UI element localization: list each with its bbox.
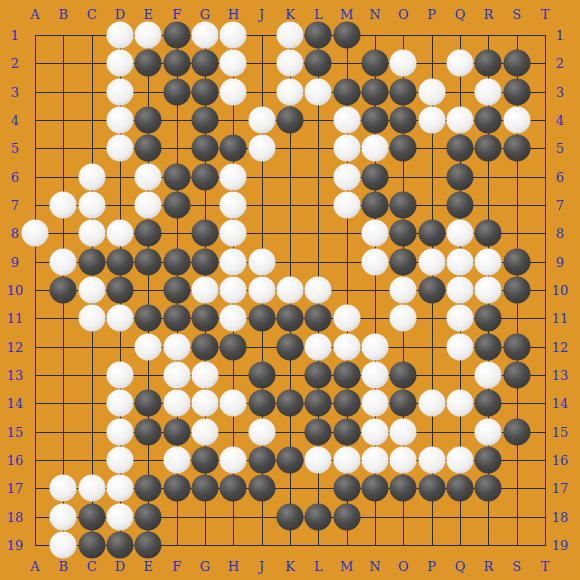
white-stone-K10: [277, 277, 304, 304]
black-stone-J13: [248, 362, 275, 389]
row-label-left: 8: [11, 227, 19, 240]
column-label-bottom: S: [512, 560, 521, 573]
white-stone-H2: [220, 50, 247, 77]
white-stone-H8: [220, 220, 247, 247]
row-label-right: 12: [552, 340, 569, 353]
white-stone-L10: [305, 277, 332, 304]
row-label-right: 8: [556, 227, 564, 240]
white-stone-R9: [475, 248, 502, 275]
black-stone-O9: [390, 248, 417, 275]
black-stone-Q17: [447, 475, 474, 502]
white-stone-P9: [418, 248, 445, 275]
column-label-bottom: E: [144, 560, 154, 573]
white-stone-M7: [333, 192, 360, 219]
white-stone-B7: [50, 192, 77, 219]
black-stone-J16: [248, 447, 275, 474]
black-stone-G8: [192, 220, 219, 247]
white-stone-J10: [248, 277, 275, 304]
white-stone-P14: [418, 390, 445, 417]
column-label-top: T: [541, 8, 550, 21]
black-stone-M13: [333, 362, 360, 389]
white-stone-C11: [78, 305, 105, 332]
black-stone-K18: [277, 503, 304, 530]
column-label-bottom: B: [59, 560, 69, 573]
white-stone-F13: [163, 362, 190, 389]
row-label-left: 17: [7, 482, 24, 495]
white-stone-H3: [220, 78, 247, 105]
black-stone-L13: [305, 362, 332, 389]
black-stone-L11: [305, 305, 332, 332]
black-stone-F2: [163, 50, 190, 77]
black-stone-M14: [333, 390, 360, 417]
black-stone-G3: [192, 78, 219, 105]
white-stone-N16: [362, 447, 389, 474]
black-stone-O8: [390, 220, 417, 247]
white-stone-N9: [362, 248, 389, 275]
white-stone-G14: [192, 390, 219, 417]
column-label-bottom: R: [483, 560, 493, 573]
black-stone-N6: [362, 163, 389, 190]
black-stone-M17: [333, 475, 360, 502]
black-stone-H12: [220, 333, 247, 360]
black-stone-O13: [390, 362, 417, 389]
white-stone-R15: [475, 418, 502, 445]
black-stone-D10: [107, 277, 134, 304]
white-stone-M11: [333, 305, 360, 332]
white-stone-H10: [220, 277, 247, 304]
white-stone-P3: [418, 78, 445, 105]
black-stone-S15: [503, 418, 530, 445]
column-label-top: N: [369, 8, 380, 21]
black-stone-O14: [390, 390, 417, 417]
white-stone-H9: [220, 248, 247, 275]
column-label-bottom: M: [340, 560, 353, 573]
white-stone-C8: [78, 220, 105, 247]
white-stone-N8: [362, 220, 389, 247]
black-stone-G17: [192, 475, 219, 502]
row-label-right: 19: [552, 539, 569, 552]
column-label-bottom: O: [398, 560, 409, 573]
row-label-right: 4: [556, 114, 564, 127]
white-stone-Q11: [447, 305, 474, 332]
row-label-right: 15: [552, 425, 569, 438]
white-stone-D3: [107, 78, 134, 105]
white-stone-D18: [107, 503, 134, 530]
white-stone-C6: [78, 163, 105, 190]
white-stone-H7: [220, 192, 247, 219]
column-label-top: C: [87, 8, 97, 21]
white-stone-D17: [107, 475, 134, 502]
row-label-left: 4: [11, 114, 19, 127]
black-stone-O4: [390, 107, 417, 134]
white-stone-N14: [362, 390, 389, 417]
white-stone-N12: [362, 333, 389, 360]
black-stone-F11: [163, 305, 190, 332]
white-stone-O16: [390, 447, 417, 474]
row-label-right: 10: [552, 284, 569, 297]
black-stone-G11: [192, 305, 219, 332]
black-stone-H5: [220, 135, 247, 162]
black-stone-S3: [503, 78, 530, 105]
white-stone-O2: [390, 50, 417, 77]
black-stone-G12: [192, 333, 219, 360]
column-label-top: K: [285, 8, 295, 21]
white-stone-C10: [78, 277, 105, 304]
white-stone-P16: [418, 447, 445, 474]
black-stone-E14: [135, 390, 162, 417]
column-label-top: A: [30, 8, 39, 21]
black-stone-F10: [163, 277, 190, 304]
white-stone-N13: [362, 362, 389, 389]
row-label-right: 16: [552, 454, 569, 467]
row-label-right: 2: [556, 57, 564, 70]
column-label-bottom: F: [172, 560, 181, 573]
black-stone-G4: [192, 107, 219, 134]
row-label-right: 18: [552, 510, 569, 523]
column-label-top: O: [398, 8, 409, 21]
row-label-left: 11: [7, 312, 24, 325]
black-stone-K12: [277, 333, 304, 360]
black-stone-K14: [277, 390, 304, 417]
white-stone-C17: [78, 475, 105, 502]
row-label-left: 16: [7, 454, 24, 467]
white-stone-D1: [107, 22, 134, 49]
black-stone-M3: [333, 78, 360, 105]
row-label-right: 17: [552, 482, 569, 495]
white-stone-S4: [503, 107, 530, 134]
black-stone-N2: [362, 50, 389, 77]
white-stone-L16: [305, 447, 332, 474]
white-stone-Q8: [447, 220, 474, 247]
black-stone-P17: [418, 475, 445, 502]
row-label-left: 3: [11, 85, 19, 98]
column-label-top: F: [172, 8, 181, 21]
white-stone-Q2: [447, 50, 474, 77]
column-label-top: D: [115, 8, 125, 21]
white-stone-M12: [333, 333, 360, 360]
black-stone-R17: [475, 475, 502, 502]
black-stone-E18: [135, 503, 162, 530]
black-stone-S2: [503, 50, 530, 77]
row-label-right: 9: [556, 255, 564, 268]
row-label-left: 2: [11, 57, 19, 70]
black-stone-F17: [163, 475, 190, 502]
white-stone-G13: [192, 362, 219, 389]
white-stone-M6: [333, 163, 360, 190]
white-stone-Q16: [447, 447, 474, 474]
black-stone-R16: [475, 447, 502, 474]
black-stone-K16: [277, 447, 304, 474]
white-stone-B9: [50, 248, 77, 275]
white-stone-G1: [192, 22, 219, 49]
column-label-top: H: [228, 8, 239, 21]
black-stone-H17: [220, 475, 247, 502]
column-label-bottom: H: [228, 560, 239, 573]
white-stone-F16: [163, 447, 190, 474]
row-label-right: 11: [552, 312, 569, 325]
black-stone-M15: [333, 418, 360, 445]
black-stone-C19: [78, 532, 105, 559]
black-stone-Q5: [447, 135, 474, 162]
row-label-right: 3: [556, 85, 564, 98]
white-stone-R13: [475, 362, 502, 389]
column-label-top: J: [259, 8, 264, 21]
column-label-top: R: [483, 8, 493, 21]
go-board[interactable]: AABBCCDDEEFFGGHHJJKKLLMMNNOOPPQQRRSSTT11…: [0, 0, 580, 580]
row-label-left: 14: [7, 397, 24, 410]
black-stone-D19: [107, 532, 134, 559]
column-label-top: B: [59, 8, 69, 21]
white-stone-F14: [163, 390, 190, 417]
black-stone-F6: [163, 163, 190, 190]
black-stone-L14: [305, 390, 332, 417]
black-stone-G16: [192, 447, 219, 474]
white-stone-G15: [192, 418, 219, 445]
black-stone-P10: [418, 277, 445, 304]
white-stone-M16: [333, 447, 360, 474]
black-stone-E5: [135, 135, 162, 162]
row-label-right: 5: [556, 142, 564, 155]
white-stone-H11: [220, 305, 247, 332]
black-stone-D9: [107, 248, 134, 275]
black-stone-R14: [475, 390, 502, 417]
row-label-right: 13: [552, 369, 569, 382]
black-stone-F1: [163, 22, 190, 49]
row-label-right: 7: [556, 199, 564, 212]
black-stone-G9: [192, 248, 219, 275]
white-stone-D5: [107, 135, 134, 162]
black-stone-C18: [78, 503, 105, 530]
column-label-bottom: K: [285, 560, 295, 573]
row-label-left: 5: [11, 142, 19, 155]
column-label-top: S: [512, 8, 521, 21]
column-label-top: G: [200, 8, 210, 21]
column-label-bottom: J: [259, 560, 264, 573]
white-stone-R3: [475, 78, 502, 105]
black-stone-N3: [362, 78, 389, 105]
white-stone-M5: [333, 135, 360, 162]
row-label-left: 18: [7, 510, 24, 523]
black-stone-S9: [503, 248, 530, 275]
black-stone-O3: [390, 78, 417, 105]
white-stone-N5: [362, 135, 389, 162]
white-stone-Q9: [447, 248, 474, 275]
white-stone-L3: [305, 78, 332, 105]
black-stone-R4: [475, 107, 502, 134]
white-stone-D8: [107, 220, 134, 247]
white-stone-D15: [107, 418, 134, 445]
black-stone-S13: [503, 362, 530, 389]
black-stone-J14: [248, 390, 275, 417]
white-stone-O11: [390, 305, 417, 332]
column-label-bottom: L: [314, 560, 323, 573]
white-stone-G10: [192, 277, 219, 304]
black-stone-C9: [78, 248, 105, 275]
black-stone-N7: [362, 192, 389, 219]
row-label-left: 12: [7, 340, 24, 353]
column-label-bottom: D: [115, 560, 125, 573]
black-stone-M18: [333, 503, 360, 530]
column-label-bottom: C: [87, 560, 97, 573]
black-stone-R2: [475, 50, 502, 77]
black-stone-M1: [333, 22, 360, 49]
white-stone-H1: [220, 22, 247, 49]
white-stone-B17: [50, 475, 77, 502]
white-stone-E7: [135, 192, 162, 219]
black-stone-L18: [305, 503, 332, 530]
column-label-bottom: Q: [455, 560, 466, 573]
black-stone-Q6: [447, 163, 474, 190]
column-label-top: L: [314, 8, 323, 21]
black-stone-O7: [390, 192, 417, 219]
white-stone-B18: [50, 503, 77, 530]
black-stone-G6: [192, 163, 219, 190]
white-stone-Q10: [447, 277, 474, 304]
white-stone-D14: [107, 390, 134, 417]
white-stone-P4: [418, 107, 445, 134]
white-stone-D4: [107, 107, 134, 134]
row-label-left: 6: [11, 170, 19, 183]
black-stone-F7: [163, 192, 190, 219]
black-stone-J11: [248, 305, 275, 332]
white-stone-O15: [390, 418, 417, 445]
black-stone-N4: [362, 107, 389, 134]
white-stone-Q4: [447, 107, 474, 134]
white-stone-D11: [107, 305, 134, 332]
black-stone-S5: [503, 135, 530, 162]
white-stone-D2: [107, 50, 134, 77]
column-label-bottom: G: [200, 560, 210, 573]
black-stone-Q7: [447, 192, 474, 219]
black-stone-L15: [305, 418, 332, 445]
black-stone-E8: [135, 220, 162, 247]
white-stone-A8: [22, 220, 49, 247]
black-stone-O5: [390, 135, 417, 162]
column-label-bottom: N: [369, 560, 380, 573]
black-stone-E2: [135, 50, 162, 77]
white-stone-E6: [135, 163, 162, 190]
white-stone-J9: [248, 248, 275, 275]
black-stone-L2: [305, 50, 332, 77]
black-stone-E15: [135, 418, 162, 445]
black-stone-R5: [475, 135, 502, 162]
black-stone-G5: [192, 135, 219, 162]
row-label-right: 6: [556, 170, 564, 183]
white-stone-C7: [78, 192, 105, 219]
black-stone-E17: [135, 475, 162, 502]
black-stone-B10: [50, 277, 77, 304]
white-stone-H6: [220, 163, 247, 190]
black-stone-E4: [135, 107, 162, 134]
black-stone-K4: [277, 107, 304, 134]
white-stone-J5: [248, 135, 275, 162]
white-stone-E1: [135, 22, 162, 49]
row-label-left: 15: [7, 425, 24, 438]
column-label-top: E: [144, 8, 154, 21]
black-stone-G2: [192, 50, 219, 77]
grid-line-vertical: [545, 35, 546, 546]
white-stone-D13: [107, 362, 134, 389]
white-stone-H14: [220, 390, 247, 417]
black-stone-F15: [163, 418, 190, 445]
white-stone-B19: [50, 532, 77, 559]
white-stone-H16: [220, 447, 247, 474]
black-stone-R8: [475, 220, 502, 247]
white-stone-K1: [277, 22, 304, 49]
row-label-left: 13: [7, 369, 24, 382]
white-stone-D16: [107, 447, 134, 474]
white-stone-O10: [390, 277, 417, 304]
black-stone-L1: [305, 22, 332, 49]
row-label-right: 14: [552, 397, 569, 410]
black-stone-E9: [135, 248, 162, 275]
column-label-bottom: P: [427, 560, 436, 573]
white-stone-F12: [163, 333, 190, 360]
black-stone-O17: [390, 475, 417, 502]
column-label-bottom: A: [30, 560, 39, 573]
white-stone-L12: [305, 333, 332, 360]
black-stone-P8: [418, 220, 445, 247]
white-stone-K2: [277, 50, 304, 77]
white-stone-R10: [475, 277, 502, 304]
column-label-top: Q: [455, 8, 466, 21]
row-label-left: 1: [11, 29, 19, 42]
black-stone-R11: [475, 305, 502, 332]
white-stone-Q12: [447, 333, 474, 360]
column-label-bottom: T: [541, 560, 550, 573]
black-stone-S12: [503, 333, 530, 360]
white-stone-Q14: [447, 390, 474, 417]
white-stone-N15: [362, 418, 389, 445]
column-label-top: M: [340, 8, 353, 21]
black-stone-R12: [475, 333, 502, 360]
white-stone-J15: [248, 418, 275, 445]
black-stone-E19: [135, 532, 162, 559]
black-stone-E11: [135, 305, 162, 332]
row-label-left: 9: [11, 255, 19, 268]
white-stone-E12: [135, 333, 162, 360]
white-stone-K3: [277, 78, 304, 105]
black-stone-N17: [362, 475, 389, 502]
row-label-left: 7: [11, 199, 19, 212]
row-label-right: 1: [556, 29, 564, 42]
black-stone-F3: [163, 78, 190, 105]
row-label-left: 19: [7, 539, 24, 552]
row-label-left: 10: [7, 284, 24, 297]
black-stone-J17: [248, 475, 275, 502]
black-stone-S10: [503, 277, 530, 304]
black-stone-F9: [163, 248, 190, 275]
white-stone-M4: [333, 107, 360, 134]
black-stone-K11: [277, 305, 304, 332]
column-label-top: P: [427, 8, 436, 21]
white-stone-J4: [248, 107, 275, 134]
